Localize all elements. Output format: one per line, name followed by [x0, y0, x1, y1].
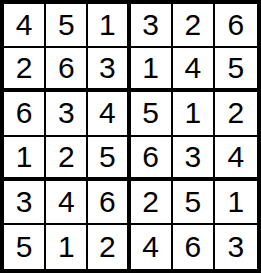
- cell-r1c1[interactable]: 4: [4, 4, 46, 48]
- sudoku-board: 451326263145634512125634346251512463: [0, 0, 261, 273]
- cell-r2c6[interactable]: 5: [215, 48, 257, 92]
- cell-r5c3[interactable]: 6: [88, 181, 130, 225]
- cell-r2c2[interactable]: 6: [46, 48, 88, 92]
- cell-r5c6[interactable]: 1: [215, 181, 257, 225]
- cell-r5c1[interactable]: 3: [4, 181, 46, 225]
- cell-r3c4[interactable]: 5: [131, 92, 173, 136]
- cell-r4c3[interactable]: 5: [88, 137, 130, 181]
- cell-r1c3[interactable]: 1: [88, 4, 130, 48]
- cell-r6c3[interactable]: 2: [88, 225, 130, 269]
- cell-r6c6[interactable]: 3: [215, 225, 257, 269]
- cell-r1c2[interactable]: 5: [46, 4, 88, 48]
- cell-r4c5[interactable]: 3: [173, 137, 215, 181]
- cell-r1c5[interactable]: 2: [173, 4, 215, 48]
- cell-r2c1[interactable]: 2: [4, 48, 46, 92]
- cell-r3c3[interactable]: 4: [88, 92, 130, 136]
- cell-r2c5[interactable]: 4: [173, 48, 215, 92]
- cell-r3c6[interactable]: 2: [215, 92, 257, 136]
- cell-r5c2[interactable]: 4: [46, 181, 88, 225]
- cell-r4c6[interactable]: 4: [215, 137, 257, 181]
- cell-r6c4[interactable]: 4: [131, 225, 173, 269]
- cell-r3c5[interactable]: 1: [173, 92, 215, 136]
- cell-r6c5[interactable]: 6: [173, 225, 215, 269]
- cell-r1c6[interactable]: 6: [215, 4, 257, 48]
- cell-r1c4[interactable]: 3: [131, 4, 173, 48]
- cell-r3c1[interactable]: 6: [4, 92, 46, 136]
- cell-r2c4[interactable]: 1: [131, 48, 173, 92]
- cell-r6c2[interactable]: 1: [46, 225, 88, 269]
- cell-r5c4[interactable]: 2: [131, 181, 173, 225]
- cell-r4c4[interactable]: 6: [131, 137, 173, 181]
- cell-r4c2[interactable]: 2: [46, 137, 88, 181]
- cell-r4c1[interactable]: 1: [4, 137, 46, 181]
- cell-r2c3[interactable]: 3: [88, 48, 130, 92]
- cell-r5c5[interactable]: 5: [173, 181, 215, 225]
- cell-r6c1[interactable]: 5: [4, 225, 46, 269]
- cell-r3c2[interactable]: 3: [46, 92, 88, 136]
